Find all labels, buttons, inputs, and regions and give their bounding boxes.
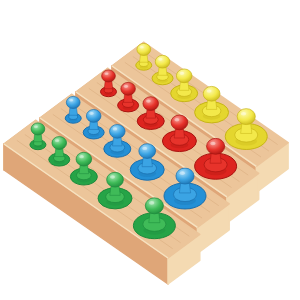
knob-head: [176, 69, 192, 83]
knob-neck: [142, 158, 152, 167]
knob-neck: [179, 183, 190, 193]
knob-neck: [110, 186, 120, 195]
knob-head: [137, 43, 151, 55]
knob-highlight: [158, 58, 162, 61]
knob-neck: [146, 110, 156, 118]
cylinder-blocks-scene: [0, 0, 300, 300]
knob-head: [145, 198, 163, 214]
knob-neck: [149, 213, 160, 223]
knob-highlight: [210, 142, 215, 146]
knob-neck: [34, 134, 43, 141]
knob-highlight: [149, 201, 154, 205]
knob-head: [176, 168, 194, 184]
knob-highlight: [124, 85, 128, 88]
knob-head: [139, 144, 156, 159]
knob-head: [107, 172, 124, 187]
knob-head: [102, 70, 116, 82]
knob-head: [237, 109, 255, 125]
knob-head: [86, 109, 101, 122]
knob-neck: [158, 67, 167, 75]
knob-highlight: [180, 171, 185, 175]
knob-highlight: [140, 46, 144, 49]
knob-neck: [241, 124, 252, 134]
knob-head: [110, 125, 126, 139]
knob-head: [66, 96, 80, 108]
knob-head: [171, 115, 188, 130]
knob-highlight: [241, 112, 246, 116]
knob-head: [203, 86, 220, 101]
knob-neck: [140, 55, 149, 62]
knob-highlight: [174, 118, 179, 121]
knob-highlight: [89, 112, 93, 115]
knob-neck: [89, 122, 98, 130]
knob-head: [207, 138, 225, 154]
knob-highlight: [113, 127, 118, 130]
knob-highlight: [69, 99, 73, 102]
knob-highlight: [104, 72, 108, 75]
knob-neck: [174, 129, 184, 138]
knob-head: [143, 97, 159, 111]
knob-head: [155, 55, 170, 68]
knob-head: [76, 152, 92, 166]
knob-head: [121, 82, 136, 95]
knob-highlight: [34, 125, 38, 128]
knob-highlight: [146, 100, 151, 103]
knob-neck: [104, 81, 113, 88]
knob-neck: [55, 149, 64, 157]
product-photo: [0, 0, 300, 300]
knob-neck: [179, 82, 189, 90]
knob-highlight: [79, 155, 84, 158]
knob-neck: [206, 100, 216, 109]
knob-neck: [112, 137, 122, 145]
knob-neck: [210, 153, 221, 163]
knob-highlight: [207, 89, 212, 92]
knob-highlight: [142, 147, 147, 150]
knob-neck: [124, 94, 133, 102]
knob-highlight: [180, 72, 185, 75]
knob-head: [31, 123, 45, 135]
knob-highlight: [110, 175, 115, 178]
knob-neck: [69, 108, 78, 115]
knob-highlight: [55, 139, 59, 142]
knob-neck: [79, 165, 89, 173]
knob-head: [52, 137, 67, 150]
